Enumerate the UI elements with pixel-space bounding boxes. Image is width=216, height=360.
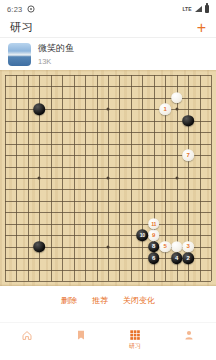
grid-line [5, 212, 211, 213]
star-point [107, 108, 110, 111]
black-stone[interactable] [182, 115, 194, 127]
white-stone[interactable] [171, 241, 183, 253]
person-icon [183, 329, 195, 341]
user-card[interactable]: 微笑的鱼 13K [0, 38, 216, 70]
star-point [38, 177, 41, 180]
action-row: 删除 推荐 关闭变化 [0, 286, 216, 306]
white-stone-move-3[interactable]: 3 [182, 241, 194, 253]
network-type-label: LTE [182, 6, 191, 12]
add-button[interactable]: + [197, 21, 206, 35]
clock: 6:23 [7, 5, 22, 14]
grid-line [119, 75, 120, 281]
white-stone-move-5[interactable]: 5 [159, 241, 171, 253]
close-variation-button[interactable]: 关闭变化 [123, 295, 155, 306]
white-stone[interactable] [171, 92, 183, 104]
black-stone[interactable] [34, 241, 46, 253]
black-stone-move-2[interactable]: 2 [182, 252, 194, 264]
star-point [175, 108, 178, 111]
nav-home[interactable] [0, 329, 54, 341]
go-board[interactable]: 1234567891011 [0, 70, 216, 286]
black-stone[interactable] [34, 104, 46, 116]
black-stone-move-10[interactable]: 10 [137, 229, 149, 241]
header: 研习 + [0, 18, 216, 37]
bottom-nav: 研习 [0, 322, 216, 360]
nav-study-label: 研习 [129, 343, 141, 349]
recommend-button[interactable]: 推荐 [92, 295, 108, 306]
white-stone-move-11[interactable]: 11 [148, 218, 160, 230]
user-name: 微笑的鱼 [38, 42, 74, 55]
grid-line [142, 75, 143, 281]
app-screen: 6:23 LTE 研习 + 微笑的鱼 13K 1234567891011 删除 … [0, 0, 216, 360]
nav-library[interactable] [54, 329, 108, 341]
grid-line [5, 201, 211, 202]
star-point [175, 177, 178, 180]
grid-line [131, 75, 132, 281]
grid-line [5, 189, 211, 190]
star-point [107, 177, 110, 180]
user-rank: 13K [38, 57, 74, 66]
avatar[interactable] [8, 43, 31, 66]
black-stone-move-8[interactable]: 8 [148, 241, 160, 253]
white-stone-move-1[interactable]: 1 [159, 104, 171, 116]
white-stone-move-9[interactable]: 9 [148, 229, 160, 241]
status-bar: 6:23 LTE [0, 0, 216, 18]
grid-line [200, 75, 201, 281]
battery-icon [205, 5, 210, 14]
grid-line [211, 75, 212, 281]
board-grid-icon [129, 329, 141, 341]
nav-study[interactable]: 研习 [108, 329, 162, 349]
status-icon [27, 5, 35, 13]
black-stone-move-6[interactable]: 6 [148, 252, 160, 264]
star-point [107, 245, 110, 248]
grid-line [5, 270, 211, 271]
grid-line [5, 281, 211, 282]
white-stone-move-7[interactable]: 7 [182, 149, 194, 161]
nav-profile[interactable] [162, 329, 216, 341]
home-icon [21, 329, 33, 341]
grid-line [5, 224, 211, 225]
spacer [0, 306, 216, 322]
page-title: 研习 [10, 20, 33, 35]
delete-button[interactable]: 删除 [61, 295, 77, 306]
book-icon [75, 329, 87, 341]
black-stone-move-4[interactable]: 4 [171, 252, 183, 264]
grid-line [5, 235, 211, 236]
signal-icon [195, 6, 202, 12]
